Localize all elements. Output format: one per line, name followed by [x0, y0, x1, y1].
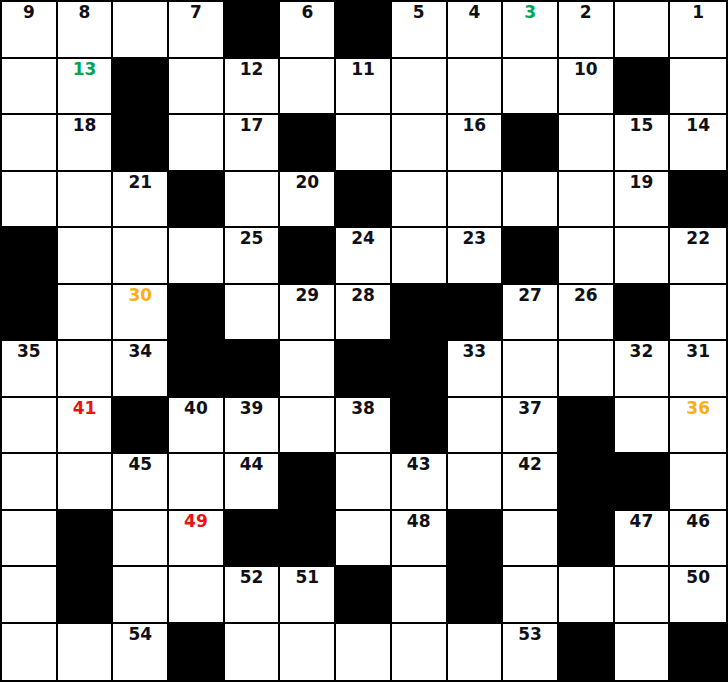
- clue-number: 10: [559, 60, 613, 79]
- grid-cell[interactable]: [448, 59, 504, 116]
- clue-number: 3: [503, 3, 557, 22]
- grid-cell[interactable]: [392, 172, 448, 229]
- grid-cell[interactable]: [169, 59, 225, 116]
- black-cell: [392, 341, 448, 398]
- clue-number: 21: [113, 173, 167, 192]
- black-cell: [113, 59, 169, 116]
- grid-cell[interactable]: 48: [392, 511, 448, 568]
- clue-number: 11: [336, 60, 390, 79]
- clue-number: 4: [448, 3, 502, 22]
- grid-cell[interactable]: [336, 115, 392, 172]
- clue-number: 19: [615, 173, 669, 192]
- grid-cell[interactable]: [448, 172, 504, 229]
- clue-number: 43: [392, 455, 446, 474]
- grid-cell[interactable]: 46: [670, 511, 726, 568]
- clue-number: 48: [392, 512, 446, 531]
- grid-cell[interactable]: 24: [336, 228, 392, 285]
- black-cell: [448, 285, 504, 342]
- black-cell: [615, 59, 671, 116]
- grid-cell[interactable]: [58, 172, 114, 229]
- grid-cell[interactable]: 30: [113, 285, 169, 342]
- grid-cell[interactable]: 13: [58, 59, 114, 116]
- clue-number: 12: [225, 60, 279, 79]
- grid-cell[interactable]: 25: [225, 228, 281, 285]
- clue-number: 34: [113, 342, 167, 361]
- black-cell: [559, 398, 615, 455]
- clue-number: 47: [615, 512, 669, 531]
- black-cell: [58, 567, 114, 624]
- grid-cell[interactable]: [113, 511, 169, 568]
- black-cell: [559, 624, 615, 681]
- grid-cell[interactable]: [58, 624, 114, 681]
- black-cell: [336, 2, 392, 59]
- clue-number: 14: [670, 116, 726, 135]
- grid-cell[interactable]: [559, 341, 615, 398]
- grid-cell[interactable]: 18: [58, 115, 114, 172]
- black-cell: [225, 511, 281, 568]
- grid-cell[interactable]: [113, 228, 169, 285]
- grid-cell[interactable]: [2, 454, 58, 511]
- clue-number: 6: [280, 3, 334, 22]
- grid-cell[interactable]: 51: [280, 567, 336, 624]
- grid-cell[interactable]: [169, 228, 225, 285]
- grid-cell[interactable]: [58, 285, 114, 342]
- clue-number: 26: [559, 286, 613, 305]
- grid-cell[interactable]: [2, 115, 58, 172]
- black-cell: [336, 567, 392, 624]
- grid-cell[interactable]: 47: [615, 511, 671, 568]
- clue-number: 7: [169, 3, 223, 22]
- black-cell: [448, 511, 504, 568]
- grid-cell[interactable]: [2, 567, 58, 624]
- grid-cell[interactable]: [113, 567, 169, 624]
- clue-number: 39: [225, 399, 279, 418]
- grid-cell[interactable]: [392, 624, 448, 681]
- clue-number: 23: [448, 229, 502, 248]
- black-cell: [392, 398, 448, 455]
- clue-number: 18: [58, 116, 112, 135]
- black-cell: [503, 115, 559, 172]
- grid-cell[interactable]: [615, 567, 671, 624]
- grid-cell[interactable]: [336, 511, 392, 568]
- black-cell: [169, 341, 225, 398]
- grid-cell[interactable]: [615, 228, 671, 285]
- clue-number: 25: [225, 229, 279, 248]
- grid-cell[interactable]: 11: [336, 59, 392, 116]
- grid-cell[interactable]: 43: [392, 454, 448, 511]
- grid-cell[interactable]: [392, 59, 448, 116]
- black-cell: [392, 285, 448, 342]
- black-cell: [280, 511, 336, 568]
- clue-number: 37: [503, 399, 557, 418]
- grid-cell[interactable]: [58, 228, 114, 285]
- grid-cell[interactable]: [503, 172, 559, 229]
- grid-cell[interactable]: 52: [225, 567, 281, 624]
- grid-cell[interactable]: [2, 511, 58, 568]
- clue-number: 27: [503, 286, 557, 305]
- grid-cell[interactable]: [2, 172, 58, 229]
- grid-cell[interactable]: 54: [113, 624, 169, 681]
- clue-number: 45: [113, 455, 167, 474]
- black-cell: [280, 454, 336, 511]
- grid-cell[interactable]: 9: [2, 2, 58, 59]
- grid-cell[interactable]: [503, 511, 559, 568]
- grid-cell[interactable]: 35: [2, 341, 58, 398]
- grid-cell[interactable]: [169, 567, 225, 624]
- black-cell: [559, 511, 615, 568]
- black-cell: [2, 228, 58, 285]
- grid-cell[interactable]: [280, 341, 336, 398]
- black-cell: [336, 341, 392, 398]
- clue-number: 30: [113, 286, 167, 305]
- grid-cell[interactable]: 39: [225, 398, 281, 455]
- black-cell: [2, 285, 58, 342]
- black-cell: [615, 454, 671, 511]
- black-cell: [58, 511, 114, 568]
- grid-cell[interactable]: [615, 398, 671, 455]
- grid-cell[interactable]: 19: [615, 172, 671, 229]
- grid-cell[interactable]: 44: [225, 454, 281, 511]
- black-cell: [113, 398, 169, 455]
- grid-cell[interactable]: 38: [336, 398, 392, 455]
- grid-cell[interactable]: 17: [225, 115, 281, 172]
- grid-cell[interactable]: [225, 285, 281, 342]
- clue-number: 9: [2, 3, 56, 22]
- grid-cell[interactable]: [225, 624, 281, 681]
- grid-cell[interactable]: [2, 398, 58, 455]
- grid-cell[interactable]: [559, 172, 615, 229]
- grid-cell[interactable]: 42: [503, 454, 559, 511]
- clue-number: 13: [58, 60, 112, 79]
- grid-cell[interactable]: 28: [336, 285, 392, 342]
- grid-cell[interactable]: 41: [58, 398, 114, 455]
- clue-number: 44: [225, 455, 279, 474]
- clue-number: 40: [169, 399, 223, 418]
- clue-number: 53: [503, 625, 557, 644]
- clue-number: 51: [280, 568, 334, 587]
- clue-number: 24: [336, 229, 390, 248]
- grid-cell[interactable]: 26: [559, 285, 615, 342]
- grid-cell[interactable]: 1: [670, 2, 726, 59]
- grid-cell[interactable]: [336, 454, 392, 511]
- grid-cell[interactable]: [392, 115, 448, 172]
- grid-cell[interactable]: [58, 454, 114, 511]
- grid-cell[interactable]: 21: [113, 172, 169, 229]
- crossword-grid: 9876543211312111018171615142120192524232…: [0, 0, 728, 682]
- black-cell: [113, 115, 169, 172]
- grid-cell[interactable]: [225, 172, 281, 229]
- black-cell: [336, 172, 392, 229]
- grid-cell[interactable]: [448, 454, 504, 511]
- clue-number: 52: [225, 568, 279, 587]
- clue-number: 35: [2, 342, 56, 361]
- grid-cell[interactable]: [113, 2, 169, 59]
- grid-cell[interactable]: [559, 567, 615, 624]
- clue-number: 33: [448, 342, 502, 361]
- black-cell: [448, 567, 504, 624]
- clue-number: 36: [670, 399, 726, 418]
- clue-number: 22: [670, 229, 726, 248]
- grid-cell[interactable]: 22: [670, 228, 726, 285]
- grid-cell[interactable]: 4: [448, 2, 504, 59]
- grid-cell[interactable]: [559, 115, 615, 172]
- grid-cell[interactable]: 12: [225, 59, 281, 116]
- black-cell: [615, 285, 671, 342]
- grid-cell[interactable]: [559, 228, 615, 285]
- black-cell: [169, 624, 225, 681]
- clue-number: 42: [503, 455, 557, 474]
- grid-cell[interactable]: 6: [280, 2, 336, 59]
- grid-cell[interactable]: 33: [448, 341, 504, 398]
- grid-cell[interactable]: 7: [169, 2, 225, 59]
- clue-number: 5: [392, 3, 446, 22]
- grid-cell[interactable]: 3: [503, 2, 559, 59]
- grid-cell[interactable]: [2, 624, 58, 681]
- grid-cell[interactable]: 40: [169, 398, 225, 455]
- grid-cell[interactable]: 10: [559, 59, 615, 116]
- clue-number: 16: [448, 116, 502, 135]
- black-cell: [225, 2, 281, 59]
- black-cell: [670, 624, 726, 681]
- grid-cell[interactable]: 50: [670, 567, 726, 624]
- grid-cell[interactable]: [670, 59, 726, 116]
- grid-cell[interactable]: [169, 115, 225, 172]
- grid-cell[interactable]: 29: [280, 285, 336, 342]
- grid-cell[interactable]: 5: [392, 2, 448, 59]
- grid-cell[interactable]: 23: [448, 228, 504, 285]
- black-cell: [280, 228, 336, 285]
- clue-number: 1: [670, 3, 726, 22]
- grid-cell[interactable]: [615, 2, 671, 59]
- grid-cell[interactable]: 15: [615, 115, 671, 172]
- clue-number: 20: [280, 173, 334, 192]
- clue-number: 49: [169, 512, 223, 531]
- clue-number: 29: [280, 286, 334, 305]
- grid-cell[interactable]: 27: [503, 285, 559, 342]
- black-cell: [169, 285, 225, 342]
- grid-cell[interactable]: [448, 624, 504, 681]
- black-cell: [225, 341, 281, 398]
- grid-cell[interactable]: [280, 624, 336, 681]
- grid-cell[interactable]: 45: [113, 454, 169, 511]
- clue-number: 8: [58, 3, 112, 22]
- grid-cell[interactable]: [615, 624, 671, 681]
- clue-number: 50: [670, 568, 726, 587]
- clue-number: 38: [336, 399, 390, 418]
- grid-cell[interactable]: 53: [503, 624, 559, 681]
- grid-cell[interactable]: [58, 341, 114, 398]
- clue-number: 15: [615, 116, 669, 135]
- clue-number: 41: [58, 399, 112, 418]
- black-cell: [503, 228, 559, 285]
- grid-cell[interactable]: 36: [670, 398, 726, 455]
- clue-number: 32: [615, 342, 669, 361]
- black-cell: [280, 115, 336, 172]
- grid-cell[interactable]: [336, 624, 392, 681]
- grid-cell[interactable]: 49: [169, 511, 225, 568]
- grid-cell[interactable]: 31: [670, 341, 726, 398]
- grid-cell[interactable]: 37: [503, 398, 559, 455]
- grid-cell[interactable]: 34: [113, 341, 169, 398]
- grid-cell[interactable]: [169, 454, 225, 511]
- clue-number: 2: [559, 3, 613, 22]
- grid-cell[interactable]: [670, 454, 726, 511]
- grid-cell[interactable]: [392, 228, 448, 285]
- black-cell: [169, 172, 225, 229]
- grid-cell[interactable]: [392, 567, 448, 624]
- grid-cell[interactable]: 2: [559, 2, 615, 59]
- grid-cell[interactable]: 32: [615, 341, 671, 398]
- grid-cell[interactable]: [670, 285, 726, 342]
- grid-cell[interactable]: [280, 59, 336, 116]
- grid-cell[interactable]: 8: [58, 2, 114, 59]
- clue-number: 17: [225, 116, 279, 135]
- grid-cell[interactable]: [280, 398, 336, 455]
- grid-cell[interactable]: [503, 341, 559, 398]
- clue-number: 28: [336, 286, 390, 305]
- grid-cell[interactable]: 14: [670, 115, 726, 172]
- clue-number: 46: [670, 512, 726, 531]
- black-cell: [559, 454, 615, 511]
- grid-cell[interactable]: [503, 59, 559, 116]
- grid-cell[interactable]: [2, 59, 58, 116]
- grid-cell[interactable]: 16: [448, 115, 504, 172]
- clue-number: 54: [113, 625, 167, 644]
- black-cell: [670, 172, 726, 229]
- grid-cell[interactable]: 20: [280, 172, 336, 229]
- grid-cell[interactable]: [503, 567, 559, 624]
- clue-number: 31: [670, 342, 726, 361]
- grid-cell[interactable]: [448, 398, 504, 455]
